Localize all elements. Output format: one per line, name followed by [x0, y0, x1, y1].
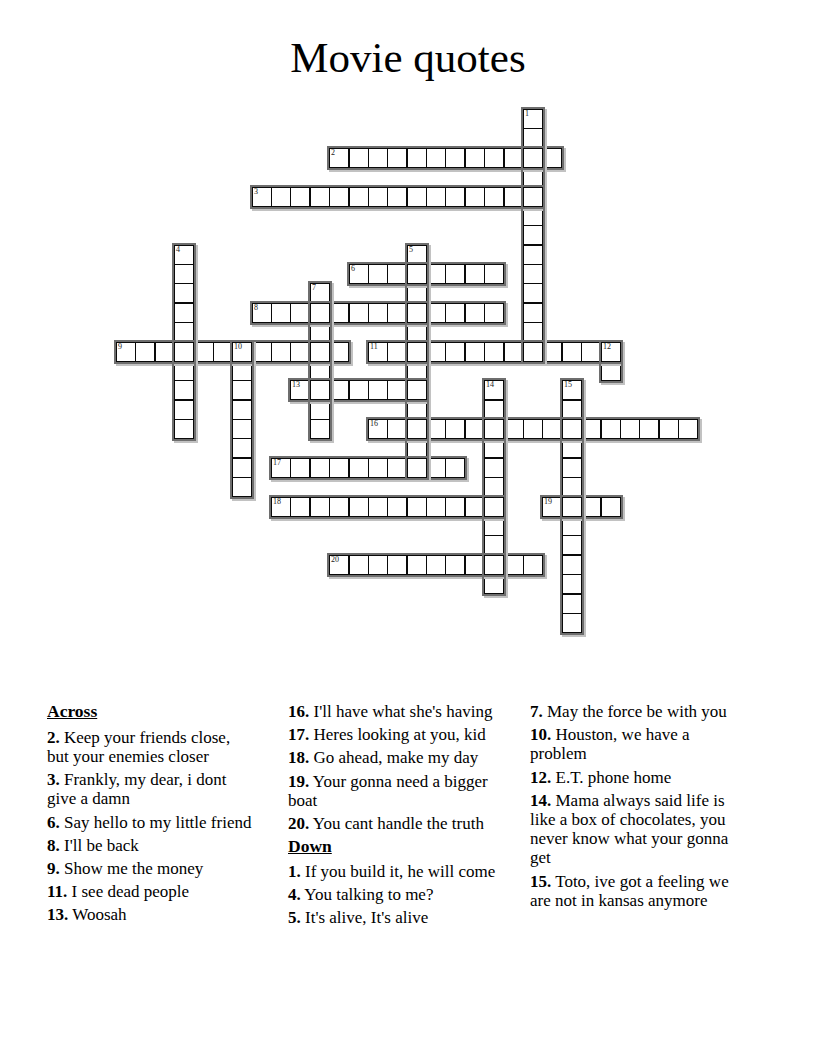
clue-19: 19. Your gonna need a bigger boat — [288, 772, 502, 810]
grid-cell[interactable] — [232, 380, 252, 400]
clue-number-label: 10 — [234, 343, 242, 351]
grid-cell[interactable] — [349, 148, 369, 168]
grid-cell[interactable] — [426, 342, 446, 362]
clue-number: 10. — [530, 725, 551, 744]
grid-cell[interactable] — [387, 148, 407, 168]
grid-cell[interactable] — [562, 613, 582, 633]
grid-cell[interactable] — [310, 187, 330, 207]
grid-cell[interactable] — [290, 187, 310, 207]
clue-number: 13. — [47, 905, 68, 924]
clue-number: 14. — [530, 791, 551, 810]
grid-cell[interactable] — [368, 187, 388, 207]
grid-cell[interactable] — [484, 497, 504, 517]
grid-cell[interactable] — [465, 264, 485, 284]
grid-cell[interactable] — [271, 342, 291, 362]
grid-cell[interactable] — [349, 497, 369, 517]
grid-cell[interactable] — [523, 419, 543, 439]
grid-cell[interactable] — [562, 400, 582, 420]
clues-column-middle: 16. I'll have what she's having17. Heres… — [288, 702, 502, 932]
grid-cell[interactable] — [387, 342, 407, 362]
grid-cell[interactable] — [310, 497, 330, 517]
grid-cell[interactable] — [562, 477, 582, 497]
grid-cell[interactable] — [523, 225, 543, 245]
clue-number-label: 7 — [312, 284, 316, 292]
clue-number-label: 14 — [486, 381, 494, 389]
grid-cell[interactable] — [329, 303, 349, 323]
clue-number: 19. — [288, 772, 309, 791]
clue-5: 5. It's alive, It's alive — [288, 908, 502, 927]
clue-1: 1. If you build it, he will come — [288, 862, 502, 881]
grid-cell[interactable] — [562, 438, 582, 458]
clue-number: 4. — [288, 885, 301, 904]
grid-cell[interactable] — [252, 342, 272, 362]
grid-cell[interactable] — [290, 458, 310, 478]
clue-20: 20. You cant handle the truth — [288, 814, 502, 833]
clue-number: 5. — [288, 908, 301, 927]
grid-cell[interactable] — [329, 380, 349, 400]
grid-cell[interactable] — [465, 419, 485, 439]
grid-cell[interactable] — [484, 516, 504, 536]
across-clues-list-1: 2. Keep your friends close, but your ene… — [47, 728, 255, 925]
grid-cell[interactable] — [504, 555, 524, 575]
grid-cell[interactable] — [445, 264, 465, 284]
grid-cell[interactable] — [562, 535, 582, 555]
grid-cell[interactable] — [426, 264, 446, 284]
grid-cell[interactable] — [174, 361, 194, 381]
grid-cell[interactable] — [407, 187, 427, 207]
grid-cell[interactable] — [523, 187, 543, 207]
grid-cell[interactable] — [523, 303, 543, 323]
grid-cell[interactable] — [445, 187, 465, 207]
grid-cell[interactable] — [465, 342, 485, 362]
grid-cell[interactable] — [484, 400, 504, 420]
grid-cell[interactable] — [387, 497, 407, 517]
grid-cell[interactable] — [174, 400, 194, 420]
clue-number: 8. — [47, 836, 60, 855]
grid-cell[interactable] — [504, 187, 524, 207]
clue-number: 12. — [530, 768, 551, 787]
grid-cell[interactable] — [426, 555, 446, 575]
grid-cell[interactable] — [407, 555, 427, 575]
grid-cell[interactable] — [484, 477, 504, 497]
grid-cell[interactable] — [542, 419, 562, 439]
grid-cell[interactable] — [349, 458, 369, 478]
clue-number-label: 9 — [118, 343, 122, 351]
grid-cell[interactable] — [310, 342, 330, 362]
grid-cell[interactable] — [465, 555, 485, 575]
grid-cell[interactable] — [523, 555, 543, 575]
grid-cell[interactable] — [562, 419, 582, 439]
grid-cell[interactable] — [445, 303, 465, 323]
clue-number: 11. — [47, 882, 67, 901]
grid-cell[interactable] — [426, 187, 446, 207]
clue-number-label: 19 — [544, 498, 552, 506]
grid-cell[interactable] — [678, 419, 698, 439]
grid-cell[interactable] — [465, 303, 485, 323]
grid-cell[interactable] — [523, 342, 543, 362]
grid-cell[interactable] — [368, 458, 388, 478]
grid-cell[interactable] — [484, 555, 504, 575]
clue-number-label: 13 — [292, 381, 300, 389]
clue-number: 15. — [530, 872, 551, 891]
grid-cell[interactable] — [349, 380, 369, 400]
clues-column-left: Across 2. Keep your friends close, but y… — [47, 702, 255, 929]
grid-cell[interactable] — [504, 148, 524, 168]
grid-cell[interactable] — [445, 419, 465, 439]
grid-cell[interactable] — [620, 419, 640, 439]
down-clues-list-1: 1. If you build it, he will come4. You t… — [288, 862, 502, 928]
clue-15: 15. Toto, ive got a feeling we are not i… — [530, 872, 748, 910]
grid-cell[interactable] — [426, 497, 446, 517]
grid-cell[interactable] — [445, 458, 465, 478]
clue-11: 11. I see dead people — [47, 882, 255, 901]
grid-cell[interactable] — [407, 400, 427, 420]
grid-cell[interactable] — [407, 438, 427, 458]
clue-number-label: 6 — [351, 265, 355, 273]
grid-cell[interactable] — [426, 303, 446, 323]
grid-cell[interactable] — [387, 187, 407, 207]
clue-number-label: 1 — [525, 110, 529, 118]
grid-cell[interactable] — [407, 361, 427, 381]
grid-cell[interactable] — [581, 419, 601, 439]
grid-cell[interactable] — [465, 148, 485, 168]
grid-cell[interactable] — [484, 148, 504, 168]
grid-cell[interactable] — [135, 342, 155, 362]
grid-cell[interactable] — [174, 342, 194, 362]
grid-cell[interactable] — [310, 322, 330, 342]
grid-cell[interactable] — [504, 419, 524, 439]
grid-cell[interactable] — [213, 342, 233, 362]
clue-number: 18. — [288, 748, 309, 767]
grid-cell[interactable] — [329, 458, 349, 478]
grid-cell[interactable] — [542, 148, 562, 168]
grid-cell[interactable] — [484, 535, 504, 555]
grid-cell[interactable] — [387, 555, 407, 575]
clue-number-label: 8 — [254, 304, 258, 312]
grid-cell[interactable] — [407, 419, 427, 439]
clue-number: 9. — [47, 859, 60, 878]
grid-cell[interactable] — [155, 342, 175, 362]
grid-cell[interactable] — [329, 187, 349, 207]
grid-cell[interactable] — [310, 400, 330, 420]
clue-number-label: 16 — [370, 420, 378, 428]
crossword-grid: 2368911131617181920145710121415 — [116, 109, 698, 633]
grid-cell[interactable] — [601, 419, 621, 439]
clue-16: 16. I'll have what she's having — [288, 702, 502, 721]
grid-cell[interactable] — [387, 303, 407, 323]
grid-cell[interactable] — [562, 497, 582, 517]
grid-cell[interactable] — [194, 342, 214, 362]
page: Movie quotes 236891113161718192014571012… — [0, 0, 816, 1056]
grid-cell[interactable] — [562, 458, 582, 478]
clue-number-label: 4 — [176, 246, 180, 254]
grid-cell[interactable] — [349, 303, 369, 323]
clues-column-right: 7. May the force be with you10. Houston,… — [530, 702, 748, 914]
down-clues-list-2: 7. May the force be with you10. Houston,… — [530, 702, 748, 910]
grid-cell[interactable] — [387, 380, 407, 400]
grid-cell[interactable] — [310, 419, 330, 439]
grid-cell[interactable] — [290, 303, 310, 323]
grid-cell[interactable] — [523, 167, 543, 187]
clue-18: 18. Go ahead, make my day — [288, 748, 502, 767]
grid-cell[interactable] — [407, 458, 427, 478]
grid-cell[interactable] — [174, 283, 194, 303]
clue-number: 2. — [47, 728, 60, 747]
grid-cell[interactable] — [368, 497, 388, 517]
grid-cell[interactable] — [232, 419, 252, 439]
grid-cell[interactable] — [484, 458, 504, 478]
grid-cell[interactable] — [445, 555, 465, 575]
grid-cell[interactable] — [290, 342, 310, 362]
grid-cell[interactable] — [310, 380, 330, 400]
grid-cell[interactable] — [445, 342, 465, 362]
grid-cell[interactable] — [484, 342, 504, 362]
grid-cell[interactable] — [271, 303, 291, 323]
grid-cell[interactable] — [368, 264, 388, 284]
grid-cell[interactable] — [232, 400, 252, 420]
across-header: Across — [47, 702, 255, 722]
grid-cell[interactable] — [562, 342, 582, 362]
clue-number: 3. — [47, 770, 60, 789]
across-clues-list-2: 16. I'll have what she's having17. Heres… — [288, 702, 502, 833]
clue-number-label: 3 — [254, 188, 258, 196]
grid-cell[interactable] — [232, 458, 252, 478]
clue-3: 3. Frankly, my dear, i dont give a damn — [47, 770, 255, 808]
clue-number-label: 5 — [409, 246, 413, 254]
grid-cell[interactable] — [523, 206, 543, 226]
grid-cell[interactable] — [368, 303, 388, 323]
grid-cell[interactable] — [174, 419, 194, 439]
clue-7: 7. May the force be with you — [530, 702, 748, 721]
grid-cell[interactable] — [484, 264, 504, 284]
grid-cell[interactable] — [465, 187, 485, 207]
grid-cell[interactable] — [407, 497, 427, 517]
clue-number-label: 18 — [273, 498, 281, 506]
grid-cell[interactable] — [465, 497, 485, 517]
grid-cell[interactable] — [407, 322, 427, 342]
grid-cell[interactable] — [523, 148, 543, 168]
grid-cell[interactable] — [542, 342, 562, 362]
clue-number-label: 2 — [331, 149, 335, 157]
grid-cell[interactable] — [484, 574, 504, 594]
grid-cell[interactable] — [581, 497, 601, 517]
clue-14: 14. Mama always said life is like a box … — [530, 791, 748, 868]
grid-cell[interactable] — [232, 438, 252, 458]
grid-cell[interactable] — [407, 264, 427, 284]
clue-number: 20. — [288, 814, 309, 833]
grid-cell[interactable] — [484, 419, 504, 439]
grid-cell[interactable] — [271, 187, 291, 207]
grid-cell[interactable] — [387, 458, 407, 478]
grid-cell[interactable] — [407, 303, 427, 323]
grid-cell[interactable] — [349, 555, 369, 575]
grid-cell[interactable] — [562, 516, 582, 536]
grid-cell[interactable] — [562, 594, 582, 614]
grid-cell[interactable] — [523, 322, 543, 342]
clue-number: 7. — [530, 702, 543, 721]
clue-number-label: 12 — [603, 343, 611, 351]
grid-cell[interactable] — [562, 574, 582, 594]
grid-cell[interactable] — [174, 303, 194, 323]
grid-cell[interactable] — [368, 148, 388, 168]
grid-cell[interactable] — [310, 303, 330, 323]
clue-13: 13. Woosah — [47, 905, 255, 924]
grid-cell[interactable] — [639, 419, 659, 439]
clue-12: 12. E.T. phone home — [530, 768, 748, 787]
clue-10: 10. Houston, we have a problem — [530, 725, 748, 763]
grid-cell[interactable] — [387, 264, 407, 284]
grid-cell[interactable] — [232, 477, 252, 497]
clue-number: 16. — [288, 702, 309, 721]
grid-cell[interactable] — [581, 342, 601, 362]
grid-cell[interactable] — [562, 555, 582, 575]
grid-cell[interactable] — [484, 303, 504, 323]
clue-number-label: 20 — [331, 556, 339, 564]
grid-cell[interactable] — [445, 497, 465, 517]
down-header-label: Down — [288, 836, 332, 856]
grid-cell[interactable] — [426, 458, 446, 478]
grid-cell[interactable] — [601, 361, 621, 381]
grid-cell[interactable] — [523, 264, 543, 284]
grid-cell[interactable] — [290, 497, 310, 517]
grid-cell[interactable] — [329, 342, 349, 362]
down-header: Down — [288, 837, 502, 857]
grid-cell[interactable] — [601, 497, 621, 517]
grid-cell[interactable] — [523, 245, 543, 265]
clue-number: 6. — [47, 813, 60, 832]
across-header-label: Across — [47, 701, 97, 721]
clue-4: 4. You talking to me? — [288, 885, 502, 904]
grid-cell[interactable] — [329, 497, 349, 517]
clue-9: 9. Show me the money — [47, 859, 255, 878]
grid-cell[interactable] — [310, 361, 330, 381]
clue-17: 17. Heres looking at you, kid — [288, 725, 502, 744]
grid-cell[interactable] — [407, 342, 427, 362]
grid-cell[interactable] — [368, 555, 388, 575]
grid-cell[interactable] — [368, 380, 388, 400]
grid-cell[interactable] — [387, 419, 407, 439]
clue-number: 1. — [288, 862, 301, 881]
clue-number: 17. — [288, 725, 309, 744]
grid-cell[interactable] — [310, 458, 330, 478]
clue-number-label: 17 — [273, 459, 281, 467]
grid-cell[interactable] — [484, 438, 504, 458]
grid-cell[interactable] — [349, 187, 369, 207]
clue-8: 8. I'll be back — [47, 836, 255, 855]
grid-cell[interactable] — [659, 419, 679, 439]
grid-cell[interactable] — [174, 264, 194, 284]
grid-cell[interactable] — [407, 148, 427, 168]
grid-cell[interactable] — [174, 380, 194, 400]
grid-cell[interactable] — [523, 283, 543, 303]
grid-cell[interactable] — [174, 322, 194, 342]
grid-cell[interactable] — [426, 148, 446, 168]
grid-cell[interactable] — [407, 380, 427, 400]
grid-cell[interactable] — [232, 361, 252, 381]
grid-cell[interactable] — [426, 419, 446, 439]
grid-cell[interactable] — [504, 342, 524, 362]
grid-cell[interactable] — [445, 148, 465, 168]
clue-6: 6. Say hello to my little friend — [47, 813, 255, 832]
grid-cell[interactable] — [523, 128, 543, 148]
clue-2: 2. Keep your friends close, but your ene… — [47, 728, 255, 766]
clue-number-label: 11 — [370, 343, 378, 351]
puzzle-title: Movie quotes — [0, 34, 816, 81]
clue-number-label: 15 — [564, 381, 572, 389]
grid-cell[interactable] — [407, 283, 427, 303]
grid-cell[interactable] — [484, 187, 504, 207]
